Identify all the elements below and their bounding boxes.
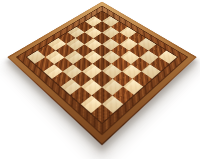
board-frame-inner-line bbox=[26, 11, 179, 125]
board-frame bbox=[17, 6, 187, 133]
playing-field bbox=[27, 11, 177, 122]
chess-board bbox=[7, 2, 197, 146]
chessboard-product-photo bbox=[0, 0, 200, 159]
board-frame-molding bbox=[9, 3, 194, 143]
board-frame-groove bbox=[16, 6, 189, 136]
